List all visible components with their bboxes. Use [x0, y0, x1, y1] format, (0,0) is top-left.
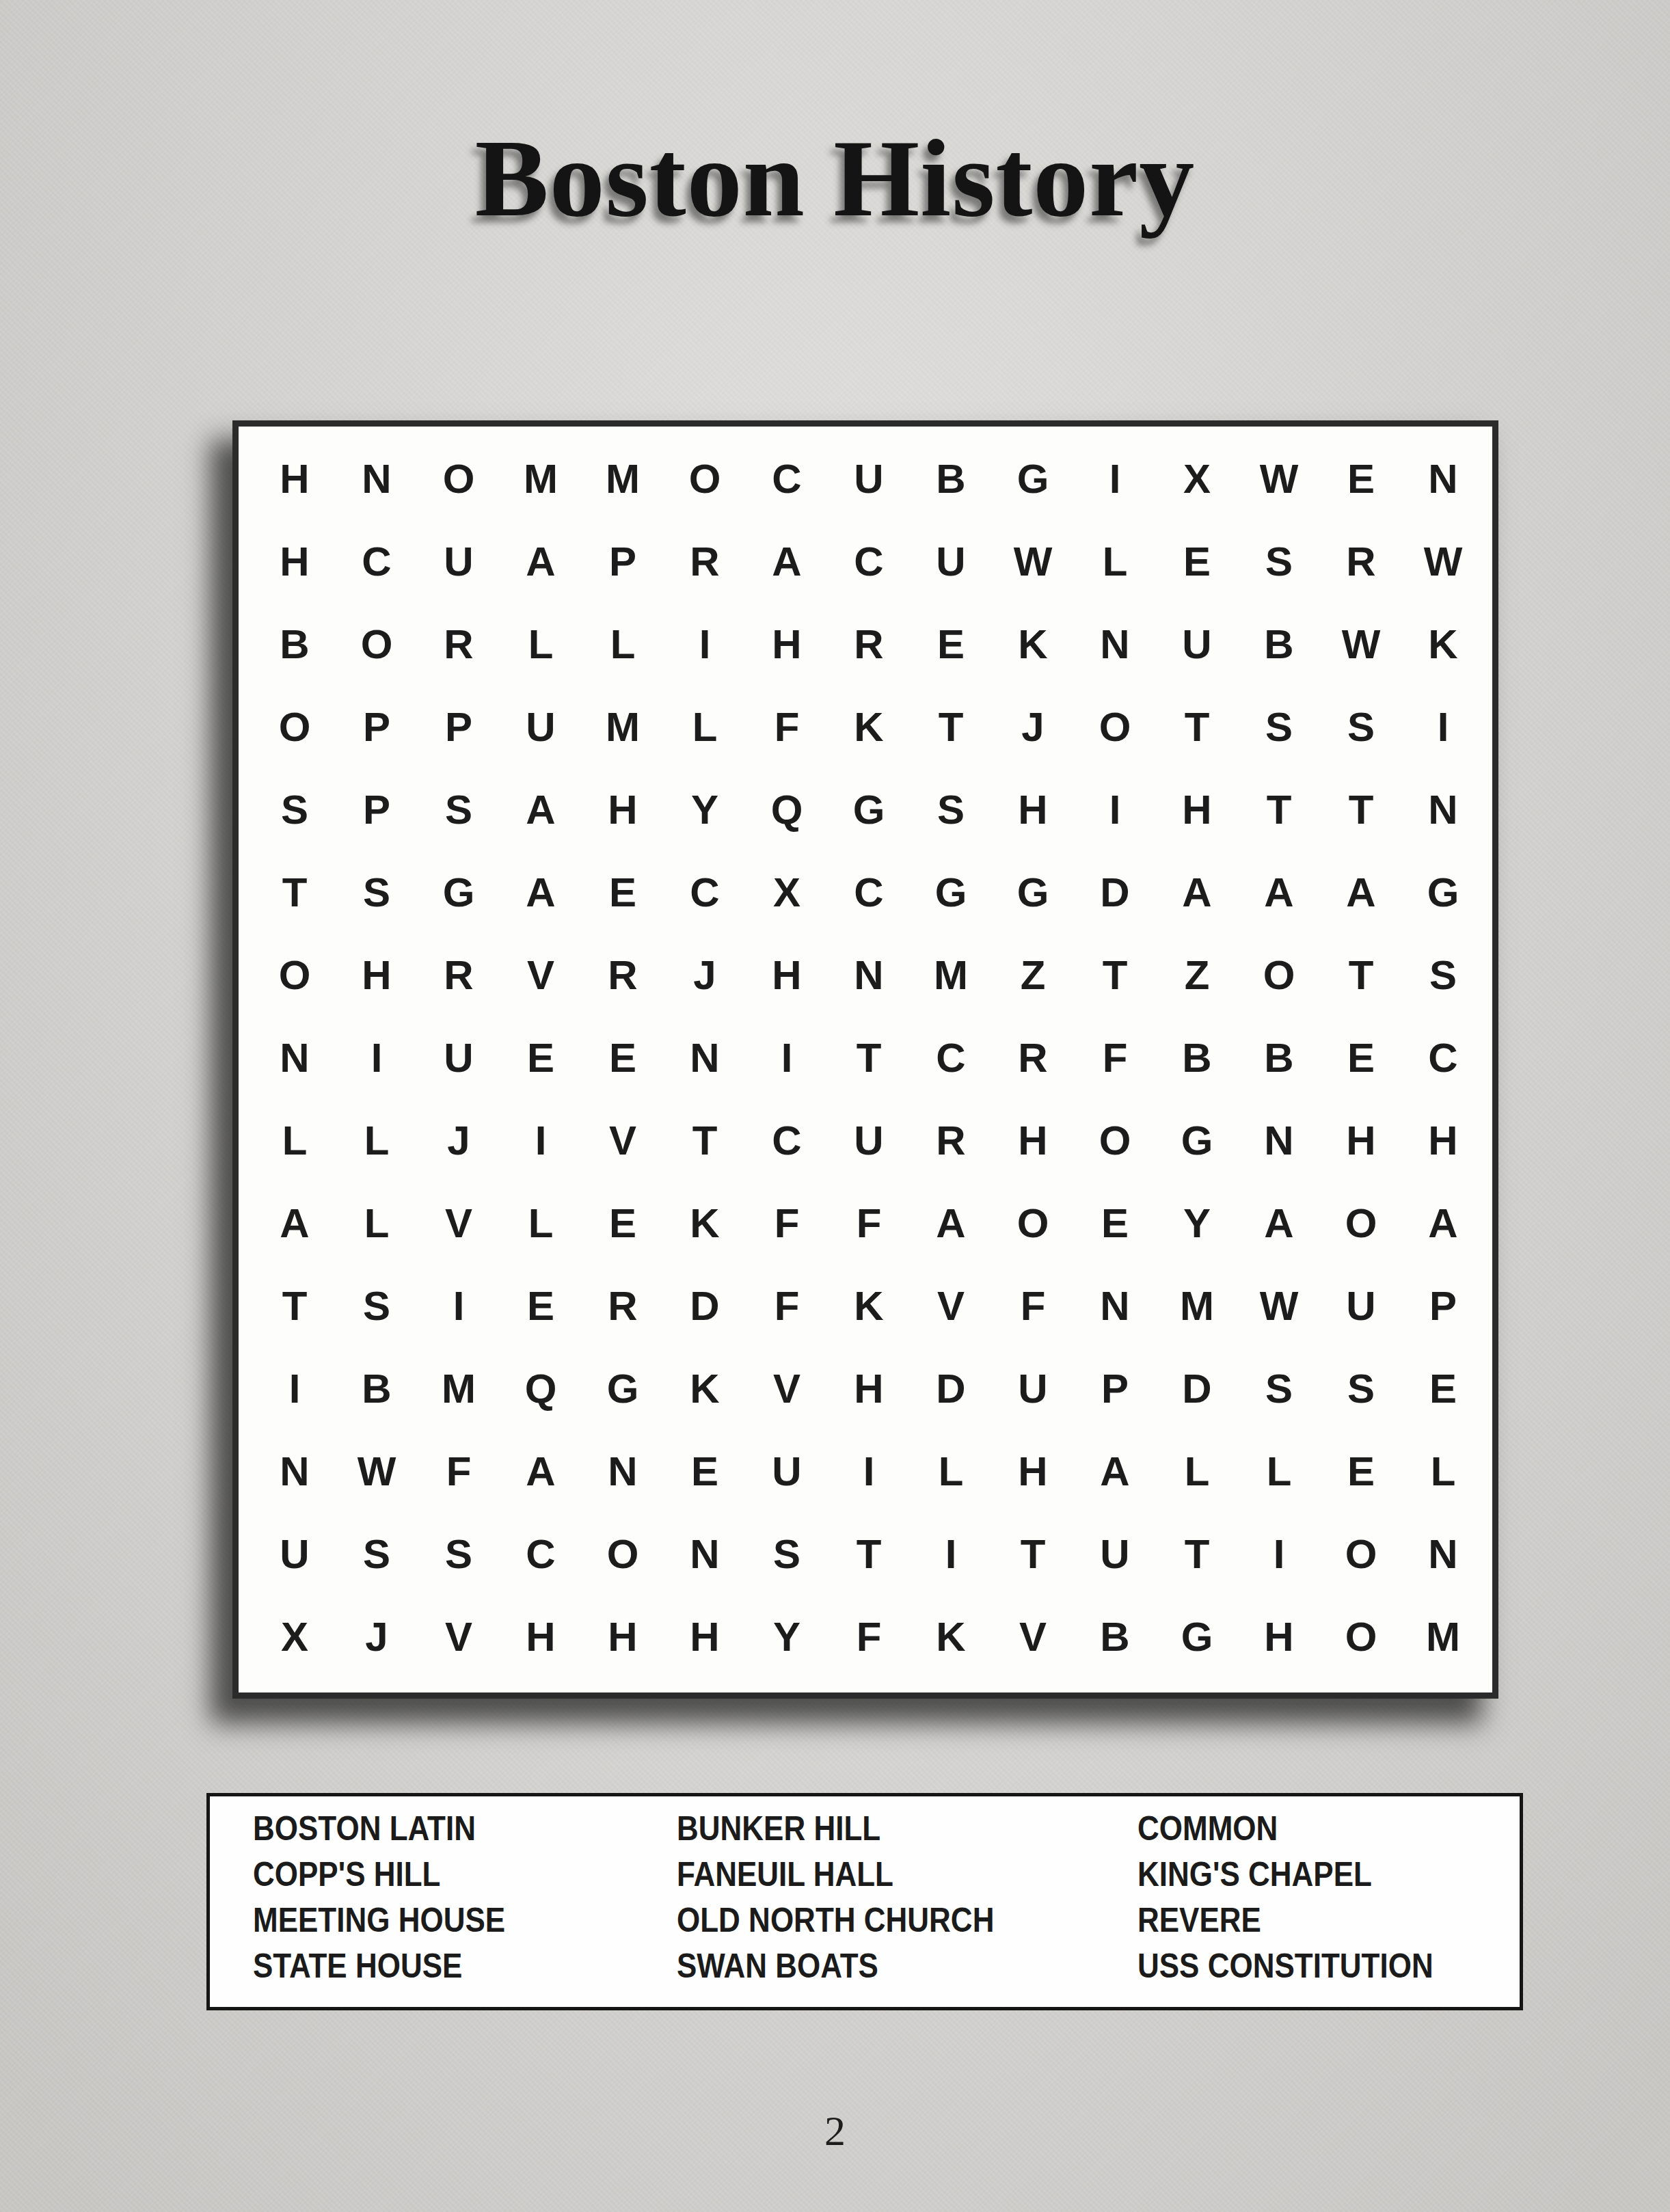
- grid-cell-r8c14[interactable]: E: [1320, 1016, 1402, 1099]
- grid-cell-r13c4[interactable]: A: [500, 1430, 582, 1513]
- grid-cell-r9c9[interactable]: R: [910, 1099, 992, 1182]
- grid-cell-r8c4[interactable]: E: [500, 1016, 582, 1099]
- grid-cell-r15c4[interactable]: H: [500, 1595, 582, 1678]
- grid-cell-r15c11[interactable]: B: [1074, 1595, 1156, 1678]
- grid-cell-r5c2[interactable]: P: [336, 768, 418, 851]
- grid-cell-r5c1[interactable]: S: [254, 768, 336, 851]
- grid-cell-r7c9[interactable]: M: [910, 934, 992, 1016]
- grid-cell-r9c10[interactable]: H: [992, 1099, 1074, 1182]
- grid-cell-r7c3[interactable]: R: [418, 934, 500, 1016]
- letter-grid: HNOMMOCUBGIXWENHCUAPRACUWLESRWBORLLIHREK…: [239, 427, 1492, 1678]
- grid-cell-r15c7[interactable]: Y: [746, 1595, 828, 1678]
- grid-cell-r13c10[interactable]: H: [992, 1430, 1074, 1513]
- grid-cell-r8c13[interactable]: B: [1238, 1016, 1320, 1099]
- grid-cell-r13c11[interactable]: A: [1074, 1430, 1156, 1513]
- grid-cell-r11c3[interactable]: I: [418, 1265, 500, 1347]
- grid-cell-r11c9[interactable]: V: [910, 1265, 992, 1347]
- page-number: 2: [0, 2107, 1670, 2155]
- grid-cell-r15c15[interactable]: M: [1402, 1595, 1484, 1678]
- grid-cell-r7c7[interactable]: H: [746, 934, 828, 1016]
- grid-cell-r6c3[interactable]: G: [418, 851, 500, 934]
- grid-cell-r2c10[interactable]: W: [992, 520, 1074, 603]
- grid-cell-r9c15[interactable]: H: [1402, 1099, 1484, 1182]
- grid-cell-r13c5[interactable]: N: [582, 1430, 664, 1513]
- grid-cell-r6c6[interactable]: C: [664, 851, 746, 934]
- grid-cell-r11c1[interactable]: T: [254, 1265, 336, 1347]
- grid-cell-r6c8[interactable]: C: [828, 851, 910, 934]
- page-title: Boston History: [0, 115, 1670, 242]
- grid-cell-r11c4[interactable]: E: [500, 1265, 582, 1347]
- grid-cell-r5c14[interactable]: T: [1320, 768, 1402, 851]
- word-list-item: BUNKER HILL: [677, 1806, 1082, 1852]
- grid-cell-r15c10[interactable]: V: [992, 1595, 1074, 1678]
- grid-cell-r15c14[interactable]: O: [1320, 1595, 1402, 1678]
- grid-cell-r14c1[interactable]: U: [254, 1513, 336, 1595]
- grid-cell-r4c7[interactable]: F: [746, 686, 828, 768]
- grid-cell-r9c4[interactable]: I: [500, 1099, 582, 1182]
- grid-cell-r9c14[interactable]: H: [1320, 1099, 1402, 1182]
- grid-cell-r13c15[interactable]: L: [1402, 1430, 1484, 1513]
- grid-cell-r9c1[interactable]: L: [254, 1099, 336, 1182]
- grid-cell-r14c10[interactable]: T: [992, 1513, 1074, 1595]
- grid-cell-r2c6[interactable]: R: [664, 520, 746, 603]
- grid-cell-r1c13[interactable]: W: [1238, 437, 1320, 520]
- grid-cell-r11c7[interactable]: F: [746, 1265, 828, 1347]
- grid-cell-r5c11[interactable]: I: [1074, 768, 1156, 851]
- grid-cell-r8c1[interactable]: N: [254, 1016, 336, 1099]
- grid-cell-r11c11[interactable]: N: [1074, 1265, 1156, 1347]
- grid-cell-r6c14[interactable]: A: [1320, 851, 1402, 934]
- grid-cell-r3c12[interactable]: U: [1156, 603, 1238, 686]
- grid-cell-r6c10[interactable]: G: [992, 851, 1074, 934]
- grid-cell-r15c13[interactable]: H: [1238, 1595, 1320, 1678]
- grid-cell-r12c5[interactable]: G: [582, 1347, 664, 1430]
- grid-cell-r6c11[interactable]: D: [1074, 851, 1156, 934]
- grid-cell-r3c7[interactable]: H: [746, 603, 828, 686]
- grid-cell-r14c9[interactable]: I: [910, 1513, 992, 1595]
- grid-cell-r3c4[interactable]: L: [500, 603, 582, 686]
- grid-cell-r15c5[interactable]: H: [582, 1595, 664, 1678]
- grid-cell-r2c4[interactable]: A: [500, 520, 582, 603]
- grid-cell-r3c3[interactable]: R: [418, 603, 500, 686]
- grid-cell-r3c8[interactable]: R: [828, 603, 910, 686]
- grid-cell-r15c12[interactable]: G: [1156, 1595, 1238, 1678]
- grid-cell-r1c10[interactable]: G: [992, 437, 1074, 520]
- grid-cell-r12c7[interactable]: V: [746, 1347, 828, 1430]
- grid-cell-r10c3[interactable]: V: [418, 1182, 500, 1265]
- grid-cell-r5c6[interactable]: Y: [664, 768, 746, 851]
- grid-cell-r6c1[interactable]: T: [254, 851, 336, 934]
- grid-cell-r14c6[interactable]: N: [664, 1513, 746, 1595]
- word-list-column-1: BOSTON LATINCOPP'S HILLMEETING HOUSESTAT…: [253, 1806, 677, 2007]
- word-list-item: MEETING HOUSE: [253, 1898, 626, 1943]
- grid-cell-r13c12[interactable]: L: [1156, 1430, 1238, 1513]
- grid-cell-r5c15[interactable]: N: [1402, 768, 1484, 851]
- grid-cell-r12c1[interactable]: I: [254, 1347, 336, 1430]
- grid-cell-r8c10[interactable]: R: [992, 1016, 1074, 1099]
- grid-cell-r12c6[interactable]: K: [664, 1347, 746, 1430]
- word-list-item: COPP'S HILL: [253, 1852, 626, 1898]
- grid-cell-r11c5[interactable]: R: [582, 1265, 664, 1347]
- grid-cell-r2c3[interactable]: U: [418, 520, 500, 603]
- grid-cell-r14c2[interactable]: S: [336, 1513, 418, 1595]
- grid-cell-r1c15[interactable]: N: [1402, 437, 1484, 520]
- grid-cell-r1c11[interactable]: I: [1074, 437, 1156, 520]
- word-list-item: KING'S CHAPEL: [1137, 1852, 1462, 1898]
- grid-cell-r13c3[interactable]: F: [418, 1430, 500, 1513]
- grid-cell-r13c1[interactable]: N: [254, 1430, 336, 1513]
- grid-cell-r12c11[interactable]: P: [1074, 1347, 1156, 1430]
- grid-cell-r15c9[interactable]: K: [910, 1595, 992, 1678]
- grid-cell-r2c15[interactable]: W: [1402, 520, 1484, 603]
- grid-cell-r7c4[interactable]: V: [500, 934, 582, 1016]
- grid-cell-r5c12[interactable]: H: [1156, 768, 1238, 851]
- grid-cell-r3c2[interactable]: O: [336, 603, 418, 686]
- grid-cell-r8c7[interactable]: I: [746, 1016, 828, 1099]
- grid-cell-r3c5[interactable]: L: [582, 603, 664, 686]
- grid-cell-r5c9[interactable]: S: [910, 768, 992, 851]
- grid-cell-r7c10[interactable]: Z: [992, 934, 1074, 1016]
- grid-cell-r6c2[interactable]: S: [336, 851, 418, 934]
- grid-cell-r15c1[interactable]: X: [254, 1595, 336, 1678]
- grid-cell-r9c2[interactable]: L: [336, 1099, 418, 1182]
- grid-cell-r1c4[interactable]: M: [500, 437, 582, 520]
- grid-cell-r5c4[interactable]: A: [500, 768, 582, 851]
- grid-cell-r13c9[interactable]: L: [910, 1430, 992, 1513]
- grid-cell-r10c1[interactable]: A: [254, 1182, 336, 1265]
- grid-cell-r5c5[interactable]: H: [582, 768, 664, 851]
- grid-cell-r12c10[interactable]: U: [992, 1347, 1074, 1430]
- grid-cell-r8c12[interactable]: B: [1156, 1016, 1238, 1099]
- grid-cell-r7c8[interactable]: N: [828, 934, 910, 1016]
- word-search-board: HNOMMOCUBGIXWENHCUAPRACUWLESRWBORLLIHREK…: [232, 420, 1498, 1699]
- grid-cell-r4c12[interactable]: T: [1156, 686, 1238, 768]
- grid-cell-r4c11[interactable]: O: [1074, 686, 1156, 768]
- grid-cell-r5c8[interactable]: G: [828, 768, 910, 851]
- grid-cell-r4c14[interactable]: S: [1320, 686, 1402, 768]
- word-list-item: SWAN BOATS: [677, 1943, 1082, 1989]
- grid-cell-r8c6[interactable]: N: [664, 1016, 746, 1099]
- word-list-item: BOSTON LATIN: [253, 1806, 626, 1852]
- grid-cell-r6c9[interactable]: G: [910, 851, 992, 934]
- grid-cell-r7c6[interactable]: J: [664, 934, 746, 1016]
- word-list-item: FANEUIL HALL: [677, 1852, 1082, 1898]
- grid-cell-r12c15[interactable]: E: [1402, 1347, 1484, 1430]
- grid-cell-r2c8[interactable]: C: [828, 520, 910, 603]
- grid-cell-r13c13[interactable]: L: [1238, 1430, 1320, 1513]
- grid-cell-r12c3[interactable]: M: [418, 1347, 500, 1430]
- grid-cell-r12c9[interactable]: D: [910, 1347, 992, 1430]
- grid-cell-r10c6[interactable]: K: [664, 1182, 746, 1265]
- word-list-column-3: COMMONKING'S CHAPELREVEREUSS CONSTITUTIO…: [1137, 1806, 1507, 2007]
- grid-cell-r9c3[interactable]: J: [418, 1099, 500, 1182]
- grid-cell-r8c2[interactable]: I: [336, 1016, 418, 1099]
- grid-cell-r3c6[interactable]: I: [664, 603, 746, 686]
- grid-cell-r6c12[interactable]: A: [1156, 851, 1238, 934]
- grid-cell-r8c8[interactable]: T: [828, 1016, 910, 1099]
- grid-cell-r5c3[interactable]: S: [418, 768, 500, 851]
- grid-cell-r8c3[interactable]: U: [418, 1016, 500, 1099]
- grid-cell-r13c8[interactable]: I: [828, 1430, 910, 1513]
- grid-cell-r3c14[interactable]: W: [1320, 603, 1402, 686]
- grid-cell-r2c14[interactable]: R: [1320, 520, 1402, 603]
- grid-cell-r12c8[interactable]: H: [828, 1347, 910, 1430]
- word-list-item: USS CONSTITUTION: [1137, 1943, 1462, 1989]
- grid-cell-r10c14[interactable]: O: [1320, 1182, 1402, 1265]
- grid-cell-r1c8[interactable]: U: [828, 437, 910, 520]
- grid-cell-r15c6[interactable]: H: [664, 1595, 746, 1678]
- grid-cell-r5c10[interactable]: H: [992, 768, 1074, 851]
- grid-cell-r3c15[interactable]: K: [1402, 603, 1484, 686]
- grid-cell-r14c11[interactable]: U: [1074, 1513, 1156, 1595]
- grid-cell-r4c4[interactable]: U: [500, 686, 582, 768]
- grid-cell-r7c13[interactable]: O: [1238, 934, 1320, 1016]
- grid-cell-r13c2[interactable]: W: [336, 1430, 418, 1513]
- grid-cell-r9c11[interactable]: O: [1074, 1099, 1156, 1182]
- grid-cell-r14c7[interactable]: S: [746, 1513, 828, 1595]
- grid-cell-r7c12[interactable]: Z: [1156, 934, 1238, 1016]
- grid-cell-r5c13[interactable]: T: [1238, 768, 1320, 851]
- grid-cell-r14c15[interactable]: N: [1402, 1513, 1484, 1595]
- worksheet-page: Boston History HNOMMOCUBGIXWENHCUAPRACUW…: [0, 0, 1670, 2212]
- grid-cell-r1c12[interactable]: X: [1156, 437, 1238, 520]
- grid-cell-r11c14[interactable]: U: [1320, 1265, 1402, 1347]
- grid-cell-r2c11[interactable]: L: [1074, 520, 1156, 603]
- grid-cell-r4c13[interactable]: S: [1238, 686, 1320, 768]
- grid-cell-r1c14[interactable]: E: [1320, 437, 1402, 520]
- grid-cell-r1c6[interactable]: O: [664, 437, 746, 520]
- word-list-column-2: BUNKER HILLFANEUIL HALLOLD NORTH CHURCHS…: [677, 1806, 1137, 2007]
- word-list-item: COMMON: [1137, 1806, 1462, 1852]
- grid-cell-r9c12[interactable]: G: [1156, 1099, 1238, 1182]
- grid-cell-r6c15[interactable]: G: [1402, 851, 1484, 934]
- grid-cell-r3c1[interactable]: B: [254, 603, 336, 686]
- grid-cell-r9c7[interactable]: C: [746, 1099, 828, 1182]
- grid-cell-r9c6[interactable]: T: [664, 1099, 746, 1182]
- grid-cell-r3c9[interactable]: E: [910, 603, 992, 686]
- grid-cell-r10c4[interactable]: L: [500, 1182, 582, 1265]
- grid-cell-r8c5[interactable]: E: [582, 1016, 664, 1099]
- grid-cell-r11c6[interactable]: D: [664, 1265, 746, 1347]
- grid-cell-r10c8[interactable]: F: [828, 1182, 910, 1265]
- grid-cell-r12c12[interactable]: D: [1156, 1347, 1238, 1430]
- grid-cell-r12c2[interactable]: B: [336, 1347, 418, 1430]
- grid-cell-r10c12[interactable]: Y: [1156, 1182, 1238, 1265]
- grid-cell-r14c12[interactable]: T: [1156, 1513, 1238, 1595]
- grid-cell-r10c10[interactable]: O: [992, 1182, 1074, 1265]
- grid-cell-r10c11[interactable]: E: [1074, 1182, 1156, 1265]
- grid-cell-r13c7[interactable]: U: [746, 1430, 828, 1513]
- grid-cell-r7c2[interactable]: H: [336, 934, 418, 1016]
- grid-cell-r11c15[interactable]: P: [1402, 1265, 1484, 1347]
- grid-cell-r4c9[interactable]: T: [910, 686, 992, 768]
- grid-cell-r9c8[interactable]: U: [828, 1099, 910, 1182]
- grid-cell-r4c5[interactable]: M: [582, 686, 664, 768]
- grid-cell-r10c2[interactable]: L: [336, 1182, 418, 1265]
- grid-cell-r7c14[interactable]: T: [1320, 934, 1402, 1016]
- grid-cell-r10c5[interactable]: E: [582, 1182, 664, 1265]
- grid-cell-r2c7[interactable]: A: [746, 520, 828, 603]
- grid-cell-r10c7[interactable]: F: [746, 1182, 828, 1265]
- grid-cell-r13c14[interactable]: E: [1320, 1430, 1402, 1513]
- grid-cell-r1c2[interactable]: N: [336, 437, 418, 520]
- grid-cell-r14c3[interactable]: S: [418, 1513, 500, 1595]
- grid-cell-r3c11[interactable]: N: [1074, 603, 1156, 686]
- grid-cell-r11c13[interactable]: W: [1238, 1265, 1320, 1347]
- word-list-item: STATE HOUSE: [253, 1943, 626, 1989]
- grid-cell-r12c14[interactable]: S: [1320, 1347, 1402, 1430]
- grid-cell-r2c13[interactable]: S: [1238, 520, 1320, 603]
- grid-cell-r12c4[interactable]: Q: [500, 1347, 582, 1430]
- grid-cell-r4c2[interactable]: P: [336, 686, 418, 768]
- grid-cell-r3c13[interactable]: B: [1238, 603, 1320, 686]
- grid-cell-r14c4[interactable]: C: [500, 1513, 582, 1595]
- grid-cell-r2c9[interactable]: U: [910, 520, 992, 603]
- grid-cell-r15c8[interactable]: F: [828, 1595, 910, 1678]
- grid-cell-r4c1[interactable]: O: [254, 686, 336, 768]
- grid-cell-r9c13[interactable]: N: [1238, 1099, 1320, 1182]
- grid-cell-r14c14[interactable]: O: [1320, 1513, 1402, 1595]
- grid-cell-r4c8[interactable]: K: [828, 686, 910, 768]
- grid-cell-r2c1[interactable]: H: [254, 520, 336, 603]
- grid-cell-r3c10[interactable]: K: [992, 603, 1074, 686]
- grid-cell-r12c13[interactable]: S: [1238, 1347, 1320, 1430]
- grid-cell-r6c7[interactable]: X: [746, 851, 828, 934]
- grid-cell-r7c1[interactable]: O: [254, 934, 336, 1016]
- grid-cell-r6c4[interactable]: A: [500, 851, 582, 934]
- grid-cell-r1c3[interactable]: O: [418, 437, 500, 520]
- grid-cell-r15c2[interactable]: J: [336, 1595, 418, 1678]
- grid-cell-r4c15[interactable]: I: [1402, 686, 1484, 768]
- grid-cell-r14c5[interactable]: O: [582, 1513, 664, 1595]
- grid-cell-r1c5[interactable]: M: [582, 437, 664, 520]
- grid-cell-r4c10[interactable]: J: [992, 686, 1074, 768]
- grid-cell-r15c3[interactable]: V: [418, 1595, 500, 1678]
- grid-cell-r8c11[interactable]: F: [1074, 1016, 1156, 1099]
- grid-cell-r1c1[interactable]: H: [254, 437, 336, 520]
- grid-cell-r11c10[interactable]: F: [992, 1265, 1074, 1347]
- grid-cell-r2c5[interactable]: P: [582, 520, 664, 603]
- grid-cell-r8c9[interactable]: C: [910, 1016, 992, 1099]
- grid-cell-r13c6[interactable]: E: [664, 1430, 746, 1513]
- grid-cell-r7c5[interactable]: R: [582, 934, 664, 1016]
- word-list-box: BOSTON LATINCOPP'S HILLMEETING HOUSESTAT…: [206, 1793, 1523, 2010]
- grid-cell-r7c11[interactable]: T: [1074, 934, 1156, 1016]
- grid-cell-r11c12[interactable]: M: [1156, 1265, 1238, 1347]
- word-list-item: REVERE: [1137, 1898, 1462, 1943]
- grid-cell-r1c7[interactable]: C: [746, 437, 828, 520]
- grid-cell-r10c9[interactable]: A: [910, 1182, 992, 1265]
- grid-cell-r6c13[interactable]: A: [1238, 851, 1320, 934]
- grid-cell-r1c9[interactable]: B: [910, 437, 992, 520]
- grid-cell-r7c15[interactable]: S: [1402, 934, 1484, 1016]
- grid-cell-r2c2[interactable]: C: [336, 520, 418, 603]
- grid-cell-r10c15[interactable]: A: [1402, 1182, 1484, 1265]
- grid-cell-r11c8[interactable]: K: [828, 1265, 910, 1347]
- grid-cell-r4c6[interactable]: L: [664, 686, 746, 768]
- grid-cell-r14c13[interactable]: I: [1238, 1513, 1320, 1595]
- grid-cell-r5c7[interactable]: Q: [746, 768, 828, 851]
- grid-cell-r10c13[interactable]: A: [1238, 1182, 1320, 1265]
- grid-cell-r14c8[interactable]: T: [828, 1513, 910, 1595]
- grid-cell-r11c2[interactable]: S: [336, 1265, 418, 1347]
- grid-cell-r2c12[interactable]: E: [1156, 520, 1238, 603]
- grid-cell-r4c3[interactable]: P: [418, 686, 500, 768]
- word-list-item: OLD NORTH CHURCH: [677, 1898, 1082, 1943]
- grid-cell-r8c15[interactable]: C: [1402, 1016, 1484, 1099]
- grid-cell-r6c5[interactable]: E: [582, 851, 664, 934]
- grid-cell-r9c5[interactable]: V: [582, 1099, 664, 1182]
